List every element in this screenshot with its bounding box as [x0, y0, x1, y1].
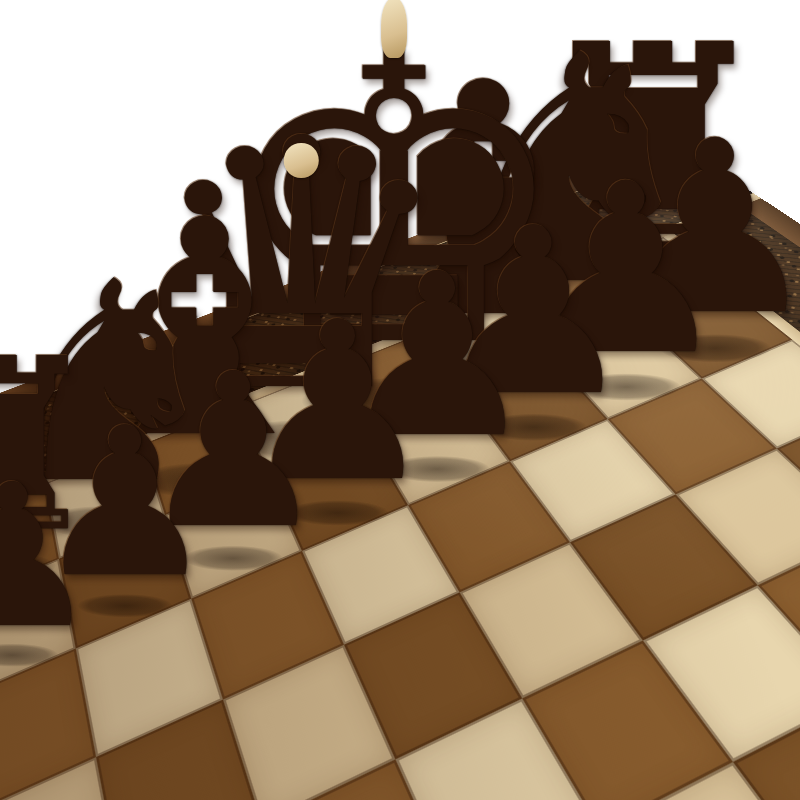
- photo-backdrop: ♜♞♝♛♚♝♞♜♟♟♟♟♟♟♟♟: [0, 0, 800, 800]
- king-cream-finial: [381, 0, 407, 58]
- pawn-glyph: ♟: [0, 458, 101, 655]
